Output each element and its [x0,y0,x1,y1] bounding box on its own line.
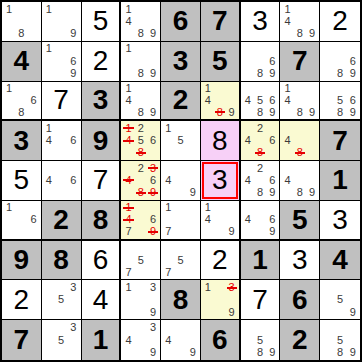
candidate-6: 6 [266,214,278,226]
candidate-9: 9 [147,306,159,318]
candidate-9: 9 [266,226,278,238]
candidate-grid: 139 [122,281,159,318]
cell-r8c3[interactable]: 4 [82,280,122,320]
given-digit: 2 [173,86,189,114]
candidate-9: 9 [147,346,159,359]
given-digit: 2 [53,206,69,234]
candidate-5: 5 [55,294,67,306]
candidate-3: 3 [67,321,79,334]
candidate-grid: 17 [162,202,199,238]
cell-r5c2[interactable]: 46 [42,161,82,201]
cell-r6c8[interactable]: 5 [280,201,320,241]
candidate-9: 9 [187,187,199,199]
cell-r5c9[interactable]: 1 [320,161,360,201]
candidate-5: 5 [174,135,186,147]
candidate-grid: 49 [162,321,199,359]
candidate-9: 9 [226,306,238,318]
candidate-8: 8 [135,106,147,118]
given-digit: 5 [212,47,228,75]
candidate-6: 6 [147,214,159,226]
candidate-7: 7 [162,266,174,278]
candidate-grid: 169 [43,43,80,80]
candidate-6: 6 [346,94,359,106]
candidate-4: 4 [242,174,254,186]
candidate-9: 9 [346,67,359,79]
candidate-grid: 18 [3,3,40,40]
cell-r1c9[interactable]: 2 [320,2,360,42]
cell-r5c6[interactable]: 3 [201,161,241,201]
candidate-4: 4 [242,135,254,147]
cell-r2c6[interactable]: 5 [201,42,241,82]
cell-r8c5[interactable]: 8 [161,280,201,320]
candidate-grid: 57 [122,242,159,279]
cell-r7c1[interactable]: 9 [2,241,42,281]
cell-r6c6[interactable]: 149 [201,201,241,241]
given-digit: 9 [93,127,109,155]
candidate-grid: 48 [281,122,318,159]
cell-r9c6[interactable]: 6 [201,320,241,360]
candidate-1: 1 [3,202,15,214]
cell-r7c9[interactable]: 4 [320,241,360,281]
candidate-1: 1 [122,281,134,293]
candidate-grid: 15 [162,122,199,159]
solved-digit: 7 [93,166,109,194]
cell-r2c8[interactable]: 7 [280,42,320,82]
candidate-6: 6 [346,55,359,67]
solved-digit: 2 [93,47,109,75]
candidate-5: 5 [135,135,147,147]
candidate-4: 4 [122,94,134,106]
solved-digit: 4 [93,286,109,314]
candidate-1: 1 [281,3,293,15]
candidate-8-eliminated: 8 [214,106,226,118]
candidate-9: 9 [306,28,318,40]
candidate-1: 1 [3,83,15,95]
candidate-6: 6 [266,174,278,186]
candidate-3: 3 [67,281,79,293]
given-digit: 4 [332,246,348,274]
candidate-2: 2 [135,162,147,174]
candidate-5: 5 [55,334,67,347]
cell-r7c5[interactable]: 57 [161,241,201,281]
candidate-1: 1 [162,202,174,214]
candidate-grid: 469 [242,202,279,238]
given-digit: 3 [93,86,109,114]
candidate-3-eliminated: 3 [226,281,238,293]
candidate-grid: 2468 [242,122,279,159]
candidate-8: 8 [15,28,27,40]
cell-r8c1[interactable]: 2 [2,280,42,320]
candidate-4: 4 [162,334,174,347]
cell-r6c9[interactable]: 3 [320,201,360,241]
candidate-grid: 489 [281,162,318,199]
cell-r6c3[interactable]: 8 [82,201,122,241]
candidate-9: 9 [147,67,159,79]
candidate-3: 3 [147,281,159,293]
cell-r8c6[interactable]: 139 [201,280,241,320]
candidate-1: 1 [122,43,134,55]
solved-digit: 3 [212,166,228,194]
given-digit: 1 [93,326,109,354]
cell-r5c5[interactable]: 49 [161,161,201,201]
cell-r7c6[interactable]: 2 [201,241,241,281]
cell-r7c4[interactable]: 57 [121,241,161,281]
candidate-grid: 689 [242,43,279,80]
candidate-6: 6 [67,174,79,186]
candidate-8: 8 [334,346,347,359]
candidate-6: 6 [266,135,278,147]
cell-r9c1[interactable]: 7 [2,320,42,360]
candidate-6: 6 [28,94,40,106]
cell-r3c8[interactable]: 1489 [280,82,320,122]
candidate-1: 1 [3,3,15,15]
candidate-6: 6 [147,135,159,147]
cell-r1c5[interactable]: 6 [161,2,201,42]
solved-digit: 7 [53,86,69,114]
cell-r6c2[interactable]: 2 [42,201,82,241]
candidate-4: 4 [281,174,293,186]
candidate-4: 4 [202,214,214,226]
cell-r2c1[interactable]: 4 [2,42,42,82]
candidate-9: 9 [266,187,278,199]
given-digit: 8 [93,206,109,234]
cell-r6c5[interactable]: 17 [161,201,201,241]
candidate-4: 4 [43,174,55,186]
cell-r5c3[interactable]: 7 [82,161,122,201]
candidate-9: 9 [67,67,79,79]
given-digit: 6 [173,7,189,35]
cell-r4c4[interactable]: 124568 [121,121,161,161]
candidate-grid: 45689 [242,83,279,119]
candidate-grid: 349 [122,321,159,359]
candidate-grid: 1489 [122,3,159,40]
candidate-4: 4 [242,214,254,226]
candidate-9: 9 [306,187,318,199]
candidate-6: 6 [67,135,79,147]
candidate-9: 9 [67,28,79,40]
candidate-7: 7 [122,266,134,278]
cell-r8c2[interactable]: 35 [42,280,82,320]
cell-r5c4[interactable]: 234689 [121,161,161,201]
candidate-8: 8 [334,67,347,79]
candidate-1: 1 [202,202,214,214]
candidate-1: 1 [43,3,55,15]
candidate-6: 6 [266,55,278,67]
candidate-9-eliminated: 9 [147,187,159,199]
cell-r8c8[interactable]: 6 [280,280,320,320]
candidate-8: 8 [254,106,266,118]
cell-r3c4[interactable]: 1489 [121,82,161,122]
candidate-9: 9 [266,67,278,79]
candidate-grid: 49 [162,162,199,199]
candidate-8-eliminated: 8 [135,187,147,199]
solved-digit: 6 [93,246,109,274]
candidate-7: 7 [122,226,134,238]
candidate-grid: 1489 [202,83,238,119]
candidate-8: 8 [294,106,306,118]
candidate-8: 8 [254,346,266,359]
candidate-grid: 589 [242,321,279,359]
solved-digit: 2 [332,7,348,35]
cell-r9c7[interactable]: 589 [241,320,281,360]
cell-r5c1[interactable]: 5 [2,161,42,201]
cell-r2c5[interactable]: 3 [161,42,201,82]
candidate-8: 8 [135,28,147,40]
cell-r4c9[interactable]: 7 [320,121,360,161]
cell-r2c3[interactable]: 2 [82,42,122,82]
candidate-grid: 1489 [281,3,318,40]
candidate-8-eliminated: 8 [294,147,306,159]
candidate-2: 2 [135,122,147,134]
given-digit: 4 [14,47,30,75]
candidate-grid: 124568 [122,122,159,159]
candidate-grid: 59 [321,281,359,318]
candidate-9: 9 [266,106,278,118]
candidate-grid: 24689 [242,162,279,199]
candidate-8: 8 [294,187,306,199]
candidate-4: 4 [43,135,55,147]
candidate-6: 6 [67,55,79,67]
given-digit: 7 [14,326,30,354]
candidate-1: 1 [202,281,214,293]
cell-r3c2[interactable]: 7 [42,82,82,122]
candidate-grid: 14679 [122,202,159,238]
cell-r4c2[interactable]: 146 [42,121,82,161]
solved-digit: 7 [252,286,268,314]
candidate-grid: 1489 [281,83,318,119]
sudoku-board: 1819514896731489241692189356897689168731… [0,0,362,362]
solved-digit: 5 [14,166,30,194]
candidate-1: 1 [122,83,134,95]
candidate-4: 4 [122,334,134,347]
candidate-1: 1 [122,3,134,15]
given-digit: 1 [332,166,348,194]
given-digit: 8 [173,286,189,314]
cell-r9c8[interactable]: 2 [280,320,320,360]
candidate-5: 5 [254,334,266,347]
candidate-4: 4 [281,15,293,27]
candidate-2: 2 [254,162,266,174]
cell-r6c1[interactable]: 16 [2,201,42,241]
given-digit: 3 [173,47,189,75]
given-digit: 3 [14,127,30,155]
candidate-6: 6 [147,174,159,186]
cell-r4c7[interactable]: 2468 [241,121,281,161]
candidate-grid: 689 [321,43,359,80]
cell-r1c7[interactable]: 3 [241,2,281,42]
cell-r3c5[interactable]: 2 [161,82,201,122]
candidate-5: 5 [334,334,347,347]
candidate-4: 4 [242,94,254,106]
candidate-9: 9 [187,346,199,359]
solved-digit: 8 [212,127,228,155]
cell-r6c4[interactable]: 14679 [121,201,161,241]
candidate-5: 5 [254,94,266,106]
cell-r8c4[interactable]: 139 [121,280,161,320]
cell-r7c8[interactable]: 3 [280,241,320,281]
candidate-9: 9 [346,306,359,318]
cell-r9c2[interactable]: 35 [42,320,82,360]
cell-r4c5[interactable]: 15 [161,121,201,161]
candidate-grid: 57 [162,242,199,279]
solved-digit: 2 [212,246,228,274]
cell-r8c9[interactable]: 59 [320,280,360,320]
candidate-2: 2 [254,122,266,134]
cell-r1c2[interactable]: 19 [42,2,82,42]
candidate-grid: 589 [321,321,359,359]
candidate-1: 1 [281,83,293,95]
candidate-8-eliminated: 8 [135,147,147,159]
candidate-grid: 149 [202,202,238,238]
cell-r2c4[interactable]: 189 [121,42,161,82]
cell-r8c7[interactable]: 7 [241,280,281,320]
candidate-8-eliminated: 8 [254,147,266,159]
candidate-grid: 16 [3,202,40,238]
candidate-5: 5 [174,254,186,266]
candidate-grid: 1489 [122,83,159,119]
given-digit: 6 [292,286,308,314]
candidate-4: 4 [162,174,174,186]
cell-r7c2[interactable]: 8 [42,241,82,281]
candidate-4-eliminated: 4 [122,214,134,226]
candidate-grid: 5689 [321,83,359,119]
candidate-1-eliminated: 1 [122,202,134,214]
given-digit: 7 [292,47,308,75]
cell-r5c8[interactable]: 489 [280,161,320,201]
candidate-9: 9 [226,106,238,118]
cell-r3c6[interactable]: 1489 [201,82,241,122]
cell-r1c6[interactable]: 7 [201,2,241,42]
cell-r9c5[interactable]: 49 [161,320,201,360]
candidate-9: 9 [306,106,318,118]
given-digit: 2 [292,326,308,354]
given-digit: 8 [53,246,69,274]
cell-r3c1[interactable]: 168 [2,82,42,122]
candidate-grid: 19 [43,3,80,40]
candidate-3: 3 [147,321,159,334]
given-digit: 7 [332,127,348,155]
cell-r9c4[interactable]: 349 [121,320,161,360]
solved-digit: 3 [292,246,308,274]
candidate-8: 8 [15,106,27,118]
candidate-9-eliminated: 9 [147,226,159,238]
candidate-8: 8 [294,28,306,40]
cell-r2c9[interactable]: 689 [320,42,360,82]
candidate-8: 8 [334,106,347,118]
cell-r1c8[interactable]: 1489 [280,2,320,42]
cell-r5c7[interactable]: 24689 [241,161,281,201]
candidate-1: 1 [43,43,55,55]
cell-r4c6[interactable]: 8 [201,121,241,161]
candidate-4: 4 [281,94,293,106]
candidate-grid: 234689 [122,162,159,199]
cell-r2c7[interactable]: 689 [241,42,281,82]
candidate-4-eliminated: 4 [122,174,134,186]
candidate-grid: 35 [43,321,80,359]
candidate-grid: 35 [43,281,80,318]
candidate-8: 8 [135,67,147,79]
candidate-grid: 146 [43,122,80,159]
candidate-6: 6 [266,94,278,106]
candidate-grid: 168 [3,83,40,119]
given-digit: 9 [14,246,30,274]
candidate-9: 9 [346,106,359,118]
candidate-9: 9 [346,346,359,359]
candidate-9: 9 [226,226,238,238]
candidate-1: 1 [162,122,174,134]
candidate-5: 5 [334,94,347,106]
candidate-9: 9 [147,28,159,40]
candidate-6: 6 [28,214,40,226]
candidate-1: 1 [202,83,214,95]
cell-r4c1[interactable]: 3 [2,121,42,161]
given-digit: 6 [212,326,228,354]
cell-r9c3[interactable]: 1 [82,320,122,360]
candidate-8: 8 [254,67,266,79]
candidate-9: 9 [147,106,159,118]
candidate-1: 1 [43,122,55,134]
candidate-grid: 189 [122,43,159,80]
solved-digit: 5 [93,7,109,35]
candidate-5: 5 [135,254,147,266]
solved-digit: 3 [332,206,348,234]
cell-r7c3[interactable]: 6 [82,241,122,281]
cell-r3c9[interactable]: 5689 [320,82,360,122]
cell-r3c3[interactable]: 3 [82,82,122,122]
given-digit: 5 [292,206,308,234]
cell-r6c7[interactable]: 469 [241,201,281,241]
candidate-3-eliminated: 3 [147,162,159,174]
candidate-4: 4 [202,94,214,106]
cell-r9c9[interactable]: 589 [320,320,360,360]
candidate-9: 9 [266,346,278,359]
cell-r1c4[interactable]: 1489 [121,2,161,42]
cell-r4c3[interactable]: 9 [82,121,122,161]
cell-r1c3[interactable]: 5 [82,2,122,42]
given-digit: 1 [252,246,268,274]
candidate-grid: 46 [43,162,80,199]
solved-digit: 3 [252,7,268,35]
candidate-1-eliminated: 1 [122,122,134,134]
candidate-grid: 139 [202,281,238,318]
candidate-7: 7 [162,226,174,238]
cell-r3c7[interactable]: 45689 [241,82,281,122]
candidate-4: 4 [122,15,134,27]
candidate-4: 4 [281,135,293,147]
given-digit: 7 [212,7,228,35]
cell-r7c7[interactable]: 1 [241,241,281,281]
cell-r1c1[interactable]: 18 [2,2,42,42]
solved-digit: 2 [14,286,30,314]
candidate-8: 8 [254,187,266,199]
candidate-5: 5 [334,294,347,306]
cell-r4c8[interactable]: 48 [280,121,320,161]
cell-r2c2[interactable]: 169 [42,42,82,82]
candidate-4-eliminated: 4 [122,135,134,147]
